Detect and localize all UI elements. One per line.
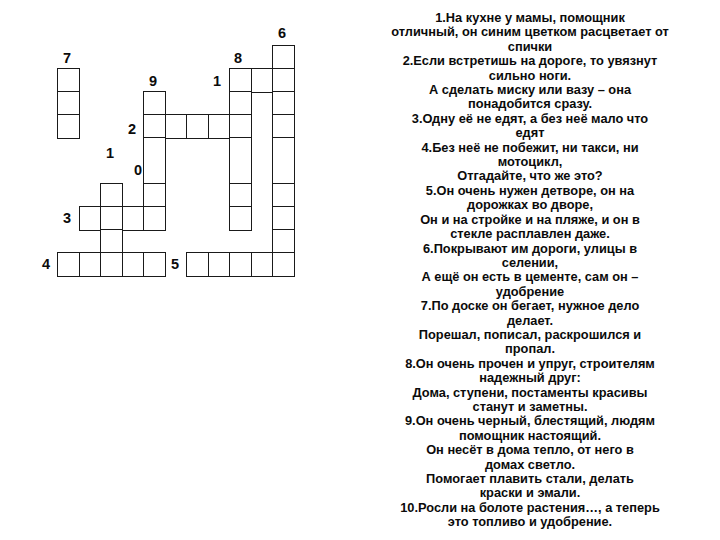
- word-number-label: 0: [134, 163, 142, 178]
- crossword-cell[interactable]: [143, 114, 166, 139]
- crossword-cell[interactable]: [272, 114, 295, 139]
- crossword-cell[interactable]: [122, 206, 145, 231]
- clue-line: Порешал, пописал, раскрошился и: [360, 328, 700, 342]
- clue-line: стекле расплавлен даже.: [360, 227, 700, 241]
- crossword-cell[interactable]: [79, 252, 102, 277]
- clue: 5.Он очень нужен детворе, он надорожках …: [360, 184, 700, 242]
- clue-line: А ещё он есть в цементе, сам он –: [360, 270, 700, 284]
- crossword-cell[interactable]: [251, 68, 274, 93]
- crossword-cell[interactable]: [272, 229, 295, 254]
- crossword-cell[interactable]: [57, 91, 80, 116]
- crossword-cell[interactable]: [186, 114, 209, 139]
- clue: 9.Он очень черный, блестящий, людямпомощ…: [360, 414, 700, 500]
- clue-line: домах светло.: [360, 458, 700, 472]
- crossword-cell[interactable]: [272, 45, 295, 70]
- crossword-cell[interactable]: [229, 252, 252, 277]
- clue-line: 9.Он очень черный, блестящий, людям: [360, 414, 700, 428]
- crossword-board: гзгаоьфк67891210345: [0, 0, 360, 540]
- clue-line: спички: [360, 40, 700, 54]
- clue-line: мотоцикл,: [360, 155, 700, 169]
- crossword-cell[interactable]: [143, 183, 166, 208]
- clue-line: 2.Если встретишь на дороге, то увязнут: [360, 54, 700, 68]
- crossword-cell[interactable]: [229, 91, 252, 116]
- clue-line: А сделать миску или вазу – она: [360, 83, 700, 97]
- crossword-cell[interactable]: [272, 206, 295, 231]
- word-number-label: 5: [171, 257, 179, 272]
- crossword-cell[interactable]: [143, 91, 166, 116]
- clue-line: 4.Без неё не побежит, ни такси, ни: [360, 141, 700, 155]
- clue-line: Помогает плавить стали, делать: [360, 472, 700, 486]
- crossword-cell[interactable]: [100, 183, 123, 208]
- crossword-cell[interactable]: [208, 114, 231, 139]
- clue-line: 8.Он очень прочен и упруг, строителям: [360, 357, 700, 371]
- clue-line: дорожках во дворе,: [360, 198, 700, 212]
- clue-line: 3.Одну её не едят, а без неё мало что: [360, 112, 700, 126]
- crossword-cell[interactable]: [272, 137, 295, 185]
- clue-line: 10.Росли на болоте растения…, а теперь: [360, 501, 700, 515]
- crossword-cell[interactable]: [272, 91, 295, 116]
- clue-line: пропал.: [360, 342, 700, 356]
- clue: 3.Одну её не едят, а без неё мало чтоедя…: [360, 112, 700, 141]
- crossword-cell[interactable]: [100, 252, 123, 277]
- word-number-label: 8: [234, 51, 242, 66]
- crossword-cell[interactable]: [272, 183, 295, 208]
- crossword-cell[interactable]: [122, 252, 145, 277]
- crossword-cell[interactable]: [100, 206, 123, 231]
- crossword-cell[interactable]: [272, 252, 295, 277]
- clue-line: сильно ноги.: [360, 69, 700, 83]
- clue-line: это топливо и удобрение.: [360, 515, 700, 529]
- word-number-label: 1: [106, 146, 114, 161]
- crossword-cell[interactable]: [143, 252, 166, 277]
- crossword-cell[interactable]: [251, 252, 274, 277]
- clue-line: надежный друг:: [360, 371, 700, 385]
- clue: 10.Росли на болоте растения…, а теперьэт…: [360, 501, 700, 530]
- crossword-cell[interactable]: [229, 183, 252, 208]
- clue: 8.Он очень прочен и упруг, строителямнад…: [360, 357, 700, 415]
- clue-line: селении,: [360, 256, 700, 270]
- crossword-cell[interactable]: [229, 206, 252, 231]
- clue-line: едят: [360, 126, 700, 140]
- clue-line: делает.: [360, 314, 700, 328]
- clue-line: краски и эмали.: [360, 486, 700, 500]
- clue: 4.Без неё не побежит, ни такси, нимотоци…: [360, 141, 700, 184]
- word-number-label: 4: [42, 257, 50, 272]
- clue-line: 7.По доске он бегает, нужное дело: [360, 299, 700, 313]
- clue-line: отличный, он синим цветком расцветает от: [360, 25, 700, 39]
- word-number-label: 7: [63, 51, 71, 66]
- clue-line: Он и на стройке и на пляже, и он в: [360, 213, 700, 227]
- crossword-cell[interactable]: [186, 252, 209, 277]
- clue-line: понадобится сразу.: [360, 97, 700, 111]
- crossword-cell[interactable]: [57, 252, 80, 277]
- word-number-label: 1: [213, 74, 221, 89]
- crossword-cell[interactable]: [208, 252, 231, 277]
- clue: 7.По доске он бегает, нужное делоделает.…: [360, 299, 700, 357]
- word-number-label: 6: [278, 26, 286, 41]
- clue-line: 1.На кухне у мамы, помощник: [360, 11, 700, 25]
- crossword-cell[interactable]: [57, 68, 80, 93]
- clue: 2.Если встретишь на дороге, то увязнутси…: [360, 54, 700, 112]
- clue: 1.На кухне у мамы, помощникотличный, он …: [360, 11, 700, 54]
- crossword-cell[interactable]: [143, 206, 166, 231]
- clue-line: Дома, ступени, постаменты красивы: [360, 386, 700, 400]
- crossword-cell[interactable]: [79, 206, 102, 231]
- crossword-cell[interactable]: [272, 68, 295, 93]
- word-number-label: 9: [149, 74, 157, 89]
- crossword-cell[interactable]: [229, 68, 252, 93]
- crossword-cell[interactable]: [229, 137, 252, 185]
- crossword-cell[interactable]: [229, 114, 252, 139]
- clues-panel: 1.На кухне у мамы, помощникотличный, он …: [360, 11, 700, 530]
- crossword-cell[interactable]: [143, 137, 166, 185]
- clue-line: Он несёт в дома тепло, от него в: [360, 443, 700, 457]
- clue: 6.Покрывают им дороги, улицы вселении,А …: [360, 242, 700, 300]
- word-number-label: 2: [128, 122, 136, 137]
- crossword-cell[interactable]: [57, 114, 80, 139]
- clue-line: 5.Он очень нужен детворе, он на: [360, 184, 700, 198]
- clue-line: 6.Покрывают им дороги, улицы в: [360, 242, 700, 256]
- crossword-cell[interactable]: [165, 114, 188, 139]
- word-number-label: 3: [63, 211, 71, 226]
- clue-line: Отгадайте, что же это?: [360, 169, 700, 183]
- clue-line: удобрение: [360, 285, 700, 299]
- slide: гзгаоьфк67891210345 1.На кухне у мамы, п…: [0, 0, 720, 540]
- clue-line: помощник настоящий.: [360, 429, 700, 443]
- clue-line: станут и заметны.: [360, 400, 700, 414]
- crossword-cell[interactable]: [100, 229, 123, 254]
